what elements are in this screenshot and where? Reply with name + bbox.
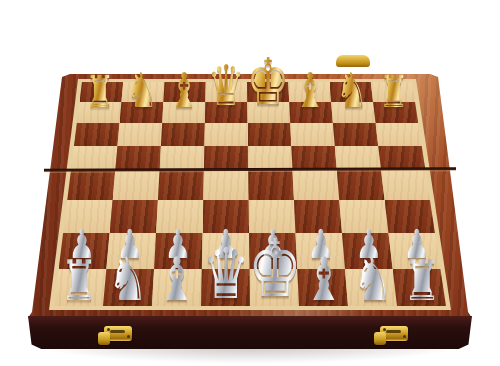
square-a5 (71, 146, 117, 170)
piece-gold-king: ♚ (246, 50, 290, 114)
square-b6 (117, 123, 162, 146)
piece-gold-bishop: ♝ (168, 66, 201, 114)
square-a6 (74, 123, 120, 146)
square-g6 (333, 123, 378, 146)
square-h5 (378, 146, 425, 170)
square-f6 (290, 123, 335, 146)
clasp-left-slot (110, 330, 125, 333)
piece-gold-rook: ♜ (85, 70, 115, 114)
clasp-left-buckle (98, 332, 110, 345)
clasp-right-slot (386, 330, 401, 333)
piece-gold-knight: ♞ (126, 66, 159, 114)
chess-set-photo: ♜♞♝♛♚♝♞♜♟♟♟♟♟♟♟♟♜♞♝♛♚♝♞♜ (0, 0, 500, 366)
square-e5 (248, 146, 293, 170)
square-f5 (291, 146, 336, 170)
square-c5 (160, 146, 205, 170)
clasp-left (98, 326, 138, 348)
clasp-screw (383, 328, 386, 331)
square-d5 (204, 146, 248, 170)
square-f4 (292, 170, 339, 200)
piece-silver-bishop: ♝ (156, 249, 197, 309)
square-d4 (203, 170, 248, 200)
piece-silver-rook: ♜ (402, 253, 440, 309)
clasp-screw (403, 335, 406, 338)
piece-silver-bishop: ♝ (303, 249, 344, 309)
piece-gold-knight: ♞ (336, 66, 369, 114)
square-d6 (204, 123, 247, 146)
piece-gold-queen: ♛ (207, 58, 245, 114)
piece-silver-king: ♚ (247, 229, 302, 309)
square-h4 (381, 170, 430, 200)
piece-silver-queen: ♛ (202, 239, 250, 309)
clasp-right (374, 326, 414, 348)
square-h6 (376, 123, 422, 146)
clasp-screw (127, 335, 130, 338)
square-c4 (158, 170, 204, 200)
clasp-right-buckle (374, 332, 386, 345)
piece-silver-knight: ♞ (352, 249, 393, 309)
piece-silver-rook: ♜ (59, 253, 97, 309)
square-g5 (335, 146, 381, 170)
square-b5 (115, 146, 161, 170)
piece-silver-knight: ♞ (107, 249, 148, 309)
piece-gold-rook: ♜ (379, 70, 409, 114)
square-g4 (337, 170, 385, 200)
square-b4 (113, 170, 160, 200)
square-a4 (67, 170, 115, 200)
clasp-screw (107, 328, 110, 331)
square-c6 (161, 123, 205, 146)
piece-gold-bishop: ♝ (294, 66, 327, 114)
square-e6 (248, 123, 292, 146)
square-e4 (248, 170, 294, 200)
